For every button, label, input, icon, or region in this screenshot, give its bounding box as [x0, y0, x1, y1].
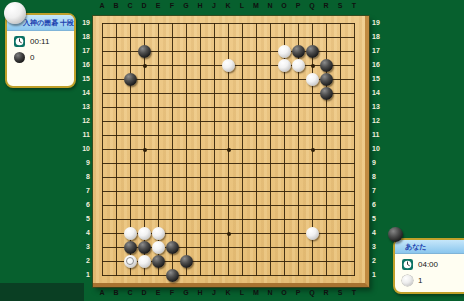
- intersection-K9[interactable]: [221, 156, 235, 170]
- intersection-C9[interactable]: [123, 156, 137, 170]
- intersection-O17[interactable]: [277, 44, 291, 58]
- intersection-N8[interactable]: [263, 170, 277, 184]
- intersection-Q10[interactable]: [305, 142, 319, 156]
- intersection-D15[interactable]: [137, 72, 151, 86]
- intersection-N16[interactable]: [263, 58, 277, 72]
- intersection-G16[interactable]: [179, 58, 193, 72]
- intersection-J5[interactable]: [207, 212, 221, 226]
- intersection-P10[interactable]: [291, 142, 305, 156]
- intersection-R9[interactable]: [319, 156, 333, 170]
- intersection-E14[interactable]: [151, 86, 165, 100]
- intersection-T4[interactable]: [347, 226, 361, 240]
- intersection-C10[interactable]: [123, 142, 137, 156]
- intersection-J12[interactable]: [207, 114, 221, 128]
- intersection-Q7[interactable]: [305, 184, 319, 198]
- intersection-A17[interactable]: [95, 44, 109, 58]
- intersection-B17[interactable]: [109, 44, 123, 58]
- intersection-R17[interactable]: [319, 44, 333, 58]
- intersection-K5[interactable]: [221, 212, 235, 226]
- intersection-Q11[interactable]: [305, 128, 319, 142]
- intersection-C14[interactable]: [123, 86, 137, 100]
- intersection-M11[interactable]: [249, 128, 263, 142]
- intersection-A7[interactable]: [95, 184, 109, 198]
- intersection-J18[interactable]: [207, 30, 221, 44]
- intersection-S13[interactable]: [333, 100, 347, 114]
- intersection-G11[interactable]: [179, 128, 193, 142]
- intersection-L10[interactable]: [235, 142, 249, 156]
- intersection-F1[interactable]: [165, 268, 179, 282]
- intersection-E6[interactable]: [151, 198, 165, 212]
- intersection-R14[interactable]: [319, 86, 333, 100]
- intersection-C19[interactable]: [123, 16, 137, 30]
- intersection-S8[interactable]: [333, 170, 347, 184]
- intersection-M16[interactable]: [249, 58, 263, 72]
- intersection-P12[interactable]: [291, 114, 305, 128]
- intersection-B9[interactable]: [109, 156, 123, 170]
- intersection-C11[interactable]: [123, 128, 137, 142]
- intersection-B6[interactable]: [109, 198, 123, 212]
- intersection-R1[interactable]: [319, 268, 333, 282]
- intersection-J15[interactable]: [207, 72, 221, 86]
- intersection-T14[interactable]: [347, 86, 361, 100]
- intersection-D10[interactable]: [137, 142, 151, 156]
- intersection-D3[interactable]: [137, 240, 151, 254]
- intersection-H18[interactable]: [193, 30, 207, 44]
- intersection-B19[interactable]: [109, 16, 123, 30]
- intersection-J9[interactable]: [207, 156, 221, 170]
- intersection-D9[interactable]: [137, 156, 151, 170]
- intersection-R5[interactable]: [319, 212, 333, 226]
- intersection-M8[interactable]: [249, 170, 263, 184]
- intersection-O15[interactable]: [277, 72, 291, 86]
- intersection-D13[interactable]: [137, 100, 151, 114]
- intersection-O11[interactable]: [277, 128, 291, 142]
- intersection-E3[interactable]: [151, 240, 165, 254]
- intersection-S10[interactable]: [333, 142, 347, 156]
- intersection-L16[interactable]: [235, 58, 249, 72]
- intersection-Q12[interactable]: [305, 114, 319, 128]
- intersection-O9[interactable]: [277, 156, 291, 170]
- intersection-T9[interactable]: [347, 156, 361, 170]
- intersection-E8[interactable]: [151, 170, 165, 184]
- intersection-P4[interactable]: [291, 226, 305, 240]
- intersection-P17[interactable]: [291, 44, 305, 58]
- intersection-B8[interactable]: [109, 170, 123, 184]
- intersection-T5[interactable]: [347, 212, 361, 226]
- intersection-B3[interactable]: [109, 240, 123, 254]
- intersection-Q16[interactable]: [305, 58, 319, 72]
- intersection-R11[interactable]: [319, 128, 333, 142]
- intersection-H19[interactable]: [193, 16, 207, 30]
- intersection-K1[interactable]: [221, 268, 235, 282]
- intersection-D19[interactable]: [137, 16, 151, 30]
- intersection-C5[interactable]: [123, 212, 137, 226]
- intersection-F12[interactable]: [165, 114, 179, 128]
- intersection-C3[interactable]: [123, 240, 137, 254]
- intersection-M1[interactable]: [249, 268, 263, 282]
- intersection-B4[interactable]: [109, 226, 123, 240]
- intersection-K19[interactable]: [221, 16, 235, 30]
- intersection-H6[interactable]: [193, 198, 207, 212]
- intersection-Q5[interactable]: [305, 212, 319, 226]
- intersection-E16[interactable]: [151, 58, 165, 72]
- intersection-J14[interactable]: [207, 86, 221, 100]
- intersection-J3[interactable]: [207, 240, 221, 254]
- intersection-A3[interactable]: [95, 240, 109, 254]
- intersection-Q9[interactable]: [305, 156, 319, 170]
- intersection-N9[interactable]: [263, 156, 277, 170]
- intersection-D7[interactable]: [137, 184, 151, 198]
- intersection-M5[interactable]: [249, 212, 263, 226]
- intersection-M14[interactable]: [249, 86, 263, 100]
- intersection-M17[interactable]: [249, 44, 263, 58]
- intersection-P5[interactable]: [291, 212, 305, 226]
- intersection-R6[interactable]: [319, 198, 333, 212]
- intersection-K17[interactable]: [221, 44, 235, 58]
- intersection-J6[interactable]: [207, 198, 221, 212]
- intersection-A18[interactable]: [95, 30, 109, 44]
- intersection-B15[interactable]: [109, 72, 123, 86]
- intersection-H17[interactable]: [193, 44, 207, 58]
- intersection-G12[interactable]: [179, 114, 193, 128]
- intersection-P19[interactable]: [291, 16, 305, 30]
- intersection-Q18[interactable]: [305, 30, 319, 44]
- intersection-T10[interactable]: [347, 142, 361, 156]
- intersection-H3[interactable]: [193, 240, 207, 254]
- intersection-R15[interactable]: [319, 72, 333, 86]
- intersection-F6[interactable]: [165, 198, 179, 212]
- intersection-L8[interactable]: [235, 170, 249, 184]
- intersection-P3[interactable]: [291, 240, 305, 254]
- intersection-M9[interactable]: [249, 156, 263, 170]
- intersection-L3[interactable]: [235, 240, 249, 254]
- intersection-R13[interactable]: [319, 100, 333, 114]
- intersection-K3[interactable]: [221, 240, 235, 254]
- intersection-B13[interactable]: [109, 100, 123, 114]
- intersection-E19[interactable]: [151, 16, 165, 30]
- intersection-T19[interactable]: [347, 16, 361, 30]
- intersection-R7[interactable]: [319, 184, 333, 198]
- intersection-D5[interactable]: [137, 212, 151, 226]
- intersection-M3[interactable]: [249, 240, 263, 254]
- intersection-N2[interactable]: [263, 254, 277, 268]
- intersection-B16[interactable]: [109, 58, 123, 72]
- intersection-E10[interactable]: [151, 142, 165, 156]
- intersection-G3[interactable]: [179, 240, 193, 254]
- intersection-A5[interactable]: [95, 212, 109, 226]
- intersection-P16[interactable]: [291, 58, 305, 72]
- intersection-M10[interactable]: [249, 142, 263, 156]
- intersection-S5[interactable]: [333, 212, 347, 226]
- intersection-J2[interactable]: [207, 254, 221, 268]
- intersection-N11[interactable]: [263, 128, 277, 142]
- intersection-K15[interactable]: [221, 72, 235, 86]
- intersection-H9[interactable]: [193, 156, 207, 170]
- intersection-H10[interactable]: [193, 142, 207, 156]
- intersection-G7[interactable]: [179, 184, 193, 198]
- intersection-K7[interactable]: [221, 184, 235, 198]
- intersection-J16[interactable]: [207, 58, 221, 72]
- intersection-P18[interactable]: [291, 30, 305, 44]
- intersection-P15[interactable]: [291, 72, 305, 86]
- intersection-B5[interactable]: [109, 212, 123, 226]
- intersection-T3[interactable]: [347, 240, 361, 254]
- intersection-J13[interactable]: [207, 100, 221, 114]
- intersection-A16[interactable]: [95, 58, 109, 72]
- intersection-N1[interactable]: [263, 268, 277, 282]
- intersection-D12[interactable]: [137, 114, 151, 128]
- intersection-O2[interactable]: [277, 254, 291, 268]
- intersection-P6[interactable]: [291, 198, 305, 212]
- intersection-H4[interactable]: [193, 226, 207, 240]
- intersection-O13[interactable]: [277, 100, 291, 114]
- intersection-B18[interactable]: [109, 30, 123, 44]
- intersection-B12[interactable]: [109, 114, 123, 128]
- intersection-C2[interactable]: [123, 254, 137, 268]
- intersection-H14[interactable]: [193, 86, 207, 100]
- intersection-N4[interactable]: [263, 226, 277, 240]
- intersection-L2[interactable]: [235, 254, 249, 268]
- intersection-O16[interactable]: [277, 58, 291, 72]
- intersection-L9[interactable]: [235, 156, 249, 170]
- intersection-B10[interactable]: [109, 142, 123, 156]
- intersection-P13[interactable]: [291, 100, 305, 114]
- intersection-F19[interactable]: [165, 16, 179, 30]
- intersection-S16[interactable]: [333, 58, 347, 72]
- intersection-T18[interactable]: [347, 30, 361, 44]
- intersection-R4[interactable]: [319, 226, 333, 240]
- intersection-F13[interactable]: [165, 100, 179, 114]
- intersection-B14[interactable]: [109, 86, 123, 100]
- intersection-A12[interactable]: [95, 114, 109, 128]
- intersection-C1[interactable]: [123, 268, 137, 282]
- intersection-H5[interactable]: [193, 212, 207, 226]
- intersection-J19[interactable]: [207, 16, 221, 30]
- intersection-C15[interactable]: [123, 72, 137, 86]
- intersection-P9[interactable]: [291, 156, 305, 170]
- intersection-F4[interactable]: [165, 226, 179, 240]
- intersection-P2[interactable]: [291, 254, 305, 268]
- intersection-O12[interactable]: [277, 114, 291, 128]
- intersection-L17[interactable]: [235, 44, 249, 58]
- intersection-B7[interactable]: [109, 184, 123, 198]
- intersection-D8[interactable]: [137, 170, 151, 184]
- intersection-S15[interactable]: [333, 72, 347, 86]
- intersection-Q4[interactable]: [305, 226, 319, 240]
- intersection-J4[interactable]: [207, 226, 221, 240]
- intersection-H2[interactable]: [193, 254, 207, 268]
- intersection-D11[interactable]: [137, 128, 151, 142]
- intersection-L5[interactable]: [235, 212, 249, 226]
- intersection-G18[interactable]: [179, 30, 193, 44]
- intersection-F3[interactable]: [165, 240, 179, 254]
- intersection-K6[interactable]: [221, 198, 235, 212]
- intersection-L4[interactable]: [235, 226, 249, 240]
- intersection-A1[interactable]: [95, 268, 109, 282]
- intersection-G4[interactable]: [179, 226, 193, 240]
- intersection-O3[interactable]: [277, 240, 291, 254]
- intersection-N6[interactable]: [263, 198, 277, 212]
- intersection-R19[interactable]: [319, 16, 333, 30]
- intersection-F8[interactable]: [165, 170, 179, 184]
- intersection-N14[interactable]: [263, 86, 277, 100]
- intersection-T16[interactable]: [347, 58, 361, 72]
- intersection-D18[interactable]: [137, 30, 151, 44]
- intersection-D4[interactable]: [137, 226, 151, 240]
- intersection-K2[interactable]: [221, 254, 235, 268]
- intersection-G2[interactable]: [179, 254, 193, 268]
- intersection-F18[interactable]: [165, 30, 179, 44]
- intersection-S7[interactable]: [333, 184, 347, 198]
- intersection-O14[interactable]: [277, 86, 291, 100]
- intersection-L7[interactable]: [235, 184, 249, 198]
- intersection-R8[interactable]: [319, 170, 333, 184]
- intersection-F15[interactable]: [165, 72, 179, 86]
- intersection-T2[interactable]: [347, 254, 361, 268]
- intersection-O4[interactable]: [277, 226, 291, 240]
- intersection-E12[interactable]: [151, 114, 165, 128]
- intersection-E5[interactable]: [151, 212, 165, 226]
- intersection-L19[interactable]: [235, 16, 249, 30]
- intersection-A19[interactable]: [95, 16, 109, 30]
- intersection-N15[interactable]: [263, 72, 277, 86]
- intersection-A2[interactable]: [95, 254, 109, 268]
- intersection-O10[interactable]: [277, 142, 291, 156]
- intersection-C16[interactable]: [123, 58, 137, 72]
- intersection-M13[interactable]: [249, 100, 263, 114]
- intersection-T13[interactable]: [347, 100, 361, 114]
- intersection-P14[interactable]: [291, 86, 305, 100]
- intersection-O5[interactable]: [277, 212, 291, 226]
- intersection-S6[interactable]: [333, 198, 347, 212]
- intersection-M6[interactable]: [249, 198, 263, 212]
- intersection-A13[interactable]: [95, 100, 109, 114]
- intersection-S3[interactable]: [333, 240, 347, 254]
- intersection-Q19[interactable]: [305, 16, 319, 30]
- intersection-F11[interactable]: [165, 128, 179, 142]
- intersection-P8[interactable]: [291, 170, 305, 184]
- intersection-K4[interactable]: [221, 226, 235, 240]
- intersection-S9[interactable]: [333, 156, 347, 170]
- intersection-D1[interactable]: [137, 268, 151, 282]
- intersection-C12[interactable]: [123, 114, 137, 128]
- intersection-Q14[interactable]: [305, 86, 319, 100]
- intersection-R3[interactable]: [319, 240, 333, 254]
- intersection-K10[interactable]: [221, 142, 235, 156]
- intersection-S17[interactable]: [333, 44, 347, 58]
- intersection-O1[interactable]: [277, 268, 291, 282]
- intersection-C7[interactable]: [123, 184, 137, 198]
- intersection-T6[interactable]: [347, 198, 361, 212]
- intersection-G1[interactable]: [179, 268, 193, 282]
- intersection-S11[interactable]: [333, 128, 347, 142]
- intersection-S2[interactable]: [333, 254, 347, 268]
- intersection-R16[interactable]: [319, 58, 333, 72]
- intersection-G10[interactable]: [179, 142, 193, 156]
- intersection-A6[interactable]: [95, 198, 109, 212]
- intersection-H8[interactable]: [193, 170, 207, 184]
- intersection-D17[interactable]: [137, 44, 151, 58]
- intersection-K8[interactable]: [221, 170, 235, 184]
- intersection-L13[interactable]: [235, 100, 249, 114]
- intersection-F16[interactable]: [165, 58, 179, 72]
- intersection-K14[interactable]: [221, 86, 235, 100]
- intersection-E4[interactable]: [151, 226, 165, 240]
- intersection-A8[interactable]: [95, 170, 109, 184]
- intersection-Q15[interactable]: [305, 72, 319, 86]
- intersection-S14[interactable]: [333, 86, 347, 100]
- intersection-D14[interactable]: [137, 86, 151, 100]
- intersection-G9[interactable]: [179, 156, 193, 170]
- intersection-C4[interactable]: [123, 226, 137, 240]
- intersection-N12[interactable]: [263, 114, 277, 128]
- intersection-K18[interactable]: [221, 30, 235, 44]
- intersection-E1[interactable]: [151, 268, 165, 282]
- intersection-P1[interactable]: [291, 268, 305, 282]
- intersection-E2[interactable]: [151, 254, 165, 268]
- intersection-L14[interactable]: [235, 86, 249, 100]
- intersection-Q8[interactable]: [305, 170, 319, 184]
- intersection-Q2[interactable]: [305, 254, 319, 268]
- intersection-M7[interactable]: [249, 184, 263, 198]
- intersection-C13[interactable]: [123, 100, 137, 114]
- intersection-H12[interactable]: [193, 114, 207, 128]
- intersection-E17[interactable]: [151, 44, 165, 58]
- intersection-P11[interactable]: [291, 128, 305, 142]
- intersection-E13[interactable]: [151, 100, 165, 114]
- intersection-E11[interactable]: [151, 128, 165, 142]
- intersection-S4[interactable]: [333, 226, 347, 240]
- intersection-M12[interactable]: [249, 114, 263, 128]
- intersection-N19[interactable]: [263, 16, 277, 30]
- intersection-Q3[interactable]: [305, 240, 319, 254]
- intersection-H13[interactable]: [193, 100, 207, 114]
- intersection-N5[interactable]: [263, 212, 277, 226]
- intersection-L6[interactable]: [235, 198, 249, 212]
- intersection-M19[interactable]: [249, 16, 263, 30]
- intersection-F10[interactable]: [165, 142, 179, 156]
- intersection-Q6[interactable]: [305, 198, 319, 212]
- intersection-A15[interactable]: [95, 72, 109, 86]
- intersection-K12[interactable]: [221, 114, 235, 128]
- intersection-N13[interactable]: [263, 100, 277, 114]
- intersection-K11[interactable]: [221, 128, 235, 142]
- intersection-R12[interactable]: [319, 114, 333, 128]
- intersection-F5[interactable]: [165, 212, 179, 226]
- intersection-F14[interactable]: [165, 86, 179, 100]
- intersection-B2[interactable]: [109, 254, 123, 268]
- intersection-A9[interactable]: [95, 156, 109, 170]
- intersection-L15[interactable]: [235, 72, 249, 86]
- intersection-T1[interactable]: [347, 268, 361, 282]
- intersection-F9[interactable]: [165, 156, 179, 170]
- intersection-R18[interactable]: [319, 30, 333, 44]
- intersection-D6[interactable]: [137, 198, 151, 212]
- intersection-E9[interactable]: [151, 156, 165, 170]
- intersection-T17[interactable]: [347, 44, 361, 58]
- intersection-J17[interactable]: [207, 44, 221, 58]
- intersection-L18[interactable]: [235, 30, 249, 44]
- intersection-N3[interactable]: [263, 240, 277, 254]
- intersection-S18[interactable]: [333, 30, 347, 44]
- intersection-A10[interactable]: [95, 142, 109, 156]
- intersection-O8[interactable]: [277, 170, 291, 184]
- intersection-G8[interactable]: [179, 170, 193, 184]
- intersection-H16[interactable]: [193, 58, 207, 72]
- intersection-H1[interactable]: [193, 268, 207, 282]
- intersection-K16[interactable]: [221, 58, 235, 72]
- intersection-K13[interactable]: [221, 100, 235, 114]
